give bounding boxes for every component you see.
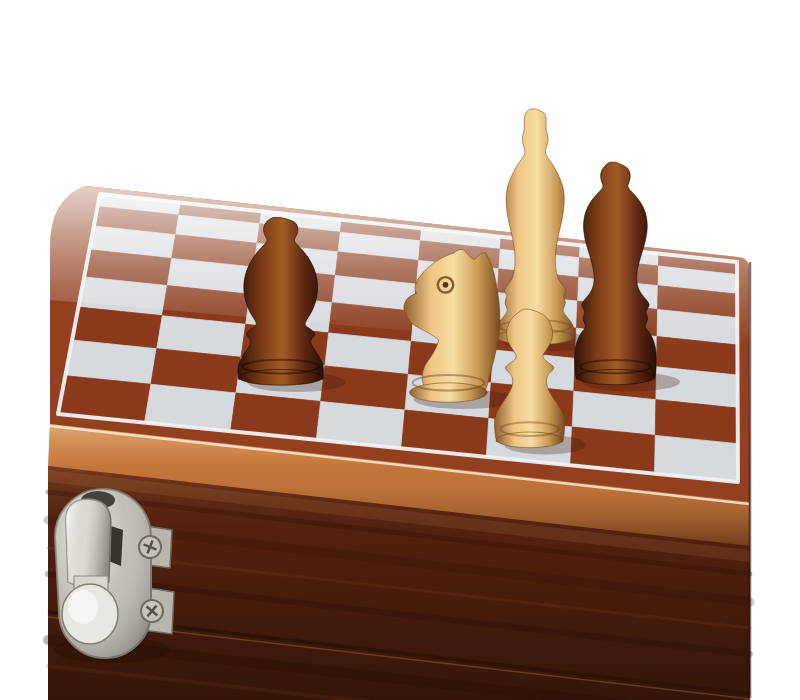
product-photo-chess-box: Wooden folding chess box with a nickel c… [0,0,800,700]
latch-lever [62,499,118,644]
chess-box-scene: Wooden folding chess box with a nickel c… [0,0,800,700]
